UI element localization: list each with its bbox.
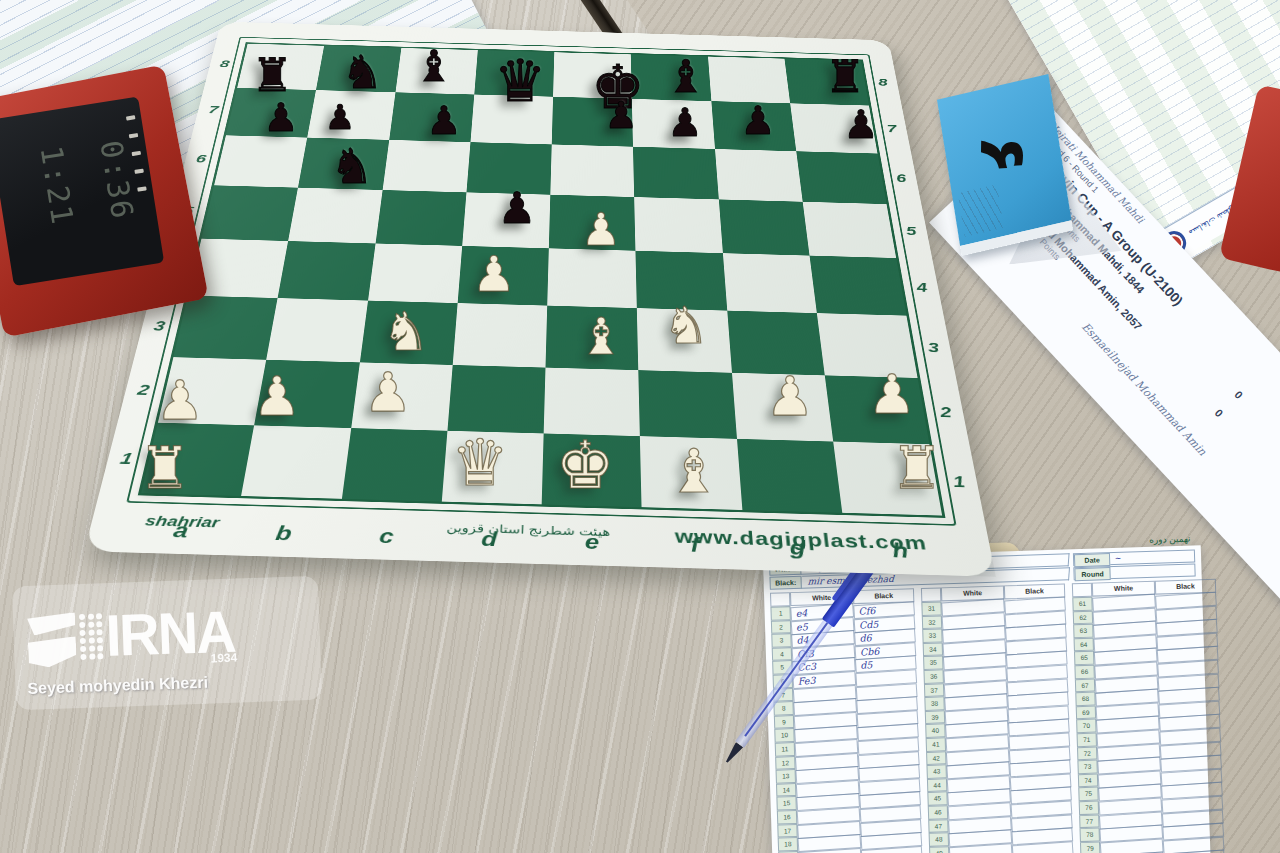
square-c8 — [395, 48, 478, 95]
move-number-74: 74 — [1078, 773, 1098, 787]
move-number-37: 37 — [924, 683, 944, 697]
tournament-photo: مسابقات شطرنج Hejrati Mohammad Mahdi Boa… — [0, 0, 1280, 853]
square-g2 — [732, 372, 833, 441]
white-points: 0 — [1232, 388, 1245, 401]
move-number-73: 73 — [1077, 760, 1097, 774]
move-number-12: 12 — [775, 756, 795, 770]
square-f1 — [640, 436, 742, 510]
move-number-49: 49 — [929, 846, 949, 853]
square-f3 — [637, 308, 731, 372]
table-number: ۶ — [965, 132, 1042, 177]
square-b4 — [278, 241, 375, 301]
irna-logo-flag-icon — [28, 636, 77, 668]
irna-watermark: IRNA 1934 Seyed mohyedin Khezri — [12, 576, 322, 711]
square-d4 — [457, 246, 548, 306]
move-number-13: 13 — [776, 769, 796, 783]
square-d2 — [447, 365, 545, 434]
move-number-75: 75 — [1078, 787, 1098, 801]
move-number-38: 38 — [924, 696, 944, 710]
date-value: ~ — [1110, 550, 1194, 564]
square-e5 — [549, 195, 636, 251]
irna-year: 1934 — [210, 651, 237, 666]
move-number-41: 41 — [926, 737, 946, 751]
square-h6 — [796, 151, 886, 204]
square-b7 — [307, 90, 395, 139]
square-f4 — [636, 251, 727, 311]
square-b6 — [298, 137, 389, 190]
square-f2 — [639, 370, 737, 439]
move-number-68: 68 — [1075, 692, 1095, 706]
chess-board-mat: abcdefgh 87654321 87654321 shahriar هیئت… — [84, 22, 996, 577]
square-e2 — [544, 367, 640, 436]
move-number-42: 42 — [926, 751, 946, 765]
clock-time-left: 1:21 — [33, 143, 80, 228]
move-number-2: 2 — [771, 620, 791, 634]
date-label: Date — [1074, 553, 1110, 567]
move-number-65: 65 — [1074, 651, 1094, 665]
photographer-credit: Seyed mohyedin Khezri — [27, 674, 208, 698]
round-value — [1110, 564, 1194, 578]
square-h3 — [817, 313, 918, 377]
square-c4 — [368, 243, 462, 303]
square-f7 — [632, 99, 715, 149]
move-number-76: 76 — [1079, 800, 1099, 814]
square-d3 — [452, 303, 547, 367]
square-a5 — [201, 185, 298, 241]
move-number-15: 15 — [776, 796, 796, 810]
square-f6 — [633, 146, 718, 199]
square-h7 — [790, 103, 877, 153]
move-number-72: 72 — [1077, 746, 1097, 760]
square-e8 — [553, 52, 632, 99]
move-number-79: 79 — [1080, 841, 1100, 853]
irna-logo-dots-icon — [79, 613, 107, 666]
square-c2 — [351, 362, 453, 431]
clock-display: 1:21 0:36 — [0, 96, 164, 286]
square-a6 — [214, 135, 307, 187]
move-number-17: 17 — [777, 824, 797, 838]
move-column-3: WhiteBlack616263646566676869707172737475… — [1072, 579, 1229, 853]
square-g5 — [718, 199, 809, 255]
square-b3 — [266, 298, 367, 362]
move-number-9: 9 — [774, 715, 794, 729]
square-a2 — [158, 357, 267, 425]
move-number-47: 47 — [928, 819, 948, 833]
square-e1 — [542, 433, 642, 507]
move-number-18: 18 — [778, 837, 798, 851]
square-c3 — [359, 301, 457, 365]
move-number-64: 64 — [1074, 637, 1094, 651]
square-a8 — [237, 44, 324, 91]
move-number-61: 61 — [1072, 597, 1092, 611]
square-b8 — [316, 46, 401, 93]
file-label-c: c — [334, 523, 439, 550]
move-number-32: 32 — [922, 615, 942, 629]
square-b1 — [241, 425, 350, 499]
move-number-39: 39 — [925, 710, 945, 724]
square-g3 — [727, 311, 825, 375]
square-g6 — [715, 149, 803, 202]
board-playing-area — [138, 42, 946, 518]
move-number-45: 45 — [927, 792, 947, 806]
move-number-36: 36 — [923, 669, 943, 683]
move-number-10: 10 — [774, 728, 794, 742]
move-number-33: 33 — [922, 629, 942, 643]
move-number-4: 4 — [772, 647, 792, 661]
square-h2 — [825, 375, 930, 444]
move-number-70: 70 — [1076, 719, 1096, 733]
square-g4 — [722, 253, 816, 313]
move-number-66: 66 — [1074, 665, 1094, 679]
move-number-31: 31 — [921, 601, 941, 615]
square-h4 — [809, 256, 906, 316]
square-g1 — [737, 439, 843, 513]
square-d6 — [466, 142, 551, 195]
square-f5 — [634, 197, 722, 253]
black-points: 0 — [1212, 407, 1225, 420]
move-number-35: 35 — [923, 656, 943, 670]
move-number-40: 40 — [925, 724, 945, 738]
move-number-11: 11 — [775, 742, 795, 756]
square-e3 — [545, 306, 638, 370]
square-c7 — [389, 92, 474, 141]
move-number-44: 44 — [927, 778, 947, 792]
move-number-16: 16 — [777, 810, 797, 824]
move-number-78: 78 — [1080, 828, 1100, 842]
move-number-46: 46 — [928, 805, 948, 819]
move-number-62: 62 — [1073, 610, 1093, 624]
square-d7 — [470, 95, 553, 145]
square-a3 — [173, 296, 277, 360]
move-number-48: 48 — [929, 832, 949, 846]
game-scoresheet: نهمین دوره White: Hejrati, mohammad mahd… — [763, 545, 1211, 853]
move-column-1: WhiteBlack1e4Cf62e5Cd53d4d64Cf3Cb65Cc3d5… — [770, 588, 927, 853]
square-b5 — [288, 188, 382, 244]
square-c6 — [382, 140, 470, 193]
move-number-63: 63 — [1073, 624, 1093, 638]
square-b2 — [254, 359, 359, 427]
file-label-b: b — [230, 520, 337, 547]
move-number-3: 3 — [771, 633, 791, 647]
move-number-71: 71 — [1077, 733, 1097, 747]
square-e4 — [547, 248, 637, 308]
scoresheet-persian-header: نهمین دوره — [1149, 534, 1191, 545]
square-d8 — [474, 50, 554, 97]
move-column-2: WhiteBlack313233343536373839404142434445… — [921, 583, 1078, 853]
square-h1 — [833, 441, 942, 515]
square-c1 — [341, 428, 447, 502]
square-h5 — [802, 202, 896, 258]
square-g7 — [711, 101, 796, 151]
card-scribble — [958, 184, 1004, 236]
square-g8 — [708, 57, 790, 104]
irna-logo-flag-icon — [27, 612, 76, 636]
square-e6 — [550, 144, 634, 197]
move-number-1: 1 — [770, 606, 790, 620]
square-a7 — [226, 88, 316, 137]
move-number-69: 69 — [1076, 705, 1096, 719]
square-a1 — [141, 423, 254, 496]
square-h8 — [784, 59, 869, 106]
black-label: Black: — [769, 576, 801, 590]
move-number-67: 67 — [1075, 678, 1095, 692]
table-number-card: ۶ — [937, 74, 1073, 256]
brand-shahriar: shahriar — [144, 512, 221, 531]
square-d5 — [462, 192, 550, 248]
square-e7 — [552, 97, 633, 147]
move-number-14: 14 — [776, 783, 796, 797]
move-number-34: 34 — [923, 642, 943, 656]
square-d1 — [442, 431, 544, 505]
move-number-77: 77 — [1079, 814, 1099, 828]
round-label: Round — [1074, 567, 1110, 581]
square-c5 — [375, 190, 466, 246]
board-grid — [141, 44, 942, 516]
square-f8 — [631, 54, 711, 101]
move-number-43: 43 — [926, 764, 946, 778]
